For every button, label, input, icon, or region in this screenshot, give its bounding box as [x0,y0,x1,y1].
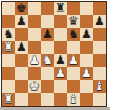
square-a1[interactable]: ♜ [2,93,15,106]
square-b4[interactable] [15,54,28,67]
square-d1[interactable] [41,93,54,106]
square-d3[interactable] [41,67,54,80]
square-a5[interactable]: ♜ [2,41,15,54]
square-b2[interactable] [15,80,28,93]
square-d8[interactable] [41,2,54,15]
white-pawn-c4: ♟ [29,54,40,67]
white-pawn-g3: ♟ [81,67,92,80]
square-g8[interactable] [80,2,93,15]
white-knight-d4: ♞ [42,54,53,67]
square-g3[interactable]: ♟ [80,67,93,80]
square-d2[interactable] [41,80,54,93]
white-rook-a5: ♜ [3,41,14,54]
square-g1[interactable] [80,93,93,106]
black-pawn-g6: ♟ [81,28,92,41]
square-c2[interactable]: ♚ [28,80,41,93]
square-h4[interactable] [93,54,106,67]
black-pawn-h7: ♟ [94,15,105,28]
square-c8[interactable] [28,2,41,15]
black-pawn-d6: ♟ [42,28,53,41]
square-h5[interactable] [93,41,106,54]
square-g2[interactable] [80,80,93,93]
white-king-c2: ♚ [29,80,40,93]
square-c1[interactable] [28,93,41,106]
square-c7[interactable] [28,15,41,28]
square-e8[interactable]: ♜ [54,2,67,15]
square-f1[interactable]: ♝ [67,93,80,106]
square-g6[interactable]: ♟ [80,28,93,41]
square-b7[interactable]: ♟ [15,15,28,28]
square-a3[interactable] [2,67,15,80]
square-h6[interactable] [93,28,106,41]
square-e6[interactable] [54,28,67,41]
square-a4[interactable] [2,54,15,67]
square-b3[interactable] [15,67,28,80]
square-d6[interactable]: ♟ [41,28,54,41]
white-pawn-f4: ♟ [68,54,79,67]
square-g5[interactable] [80,41,93,54]
square-d4[interactable]: ♞ [41,54,54,67]
square-c6[interactable] [28,28,41,41]
white-bishop-h2: ♝ [94,80,105,93]
square-e1[interactable] [54,93,67,106]
white-bishop-f1: ♝ [68,93,79,106]
square-c4[interactable]: ♟ [28,54,41,67]
square-h1[interactable] [93,93,106,106]
square-h2[interactable]: ♝ [93,80,106,93]
square-f3[interactable] [67,67,80,80]
black-knight-f6: ♞ [68,28,79,41]
black-pawn-b7: ♟ [16,15,27,28]
white-rook-a1: ♜ [3,93,14,106]
bottom-margin-strip [0,107,110,110]
square-e7[interactable] [54,15,67,28]
chess-board: ♚♜♟♛♟♞♟♞♟♜♟♟♞♟♟♟♟♚♝♜♝ [1,1,107,107]
square-f4[interactable]: ♟ [67,54,80,67]
white-pawn-e3: ♟ [55,67,66,80]
black-rook-e8: ♜ [55,2,66,15]
square-b5[interactable]: ♟ [15,41,28,54]
square-h7[interactable]: ♟ [93,15,106,28]
square-b1[interactable] [15,93,28,106]
square-e3[interactable]: ♟ [54,67,67,80]
square-e2[interactable] [54,80,67,93]
black-pawn-b5: ♟ [16,41,27,54]
square-a8[interactable] [2,2,15,15]
square-f6[interactable]: ♞ [67,28,80,41]
